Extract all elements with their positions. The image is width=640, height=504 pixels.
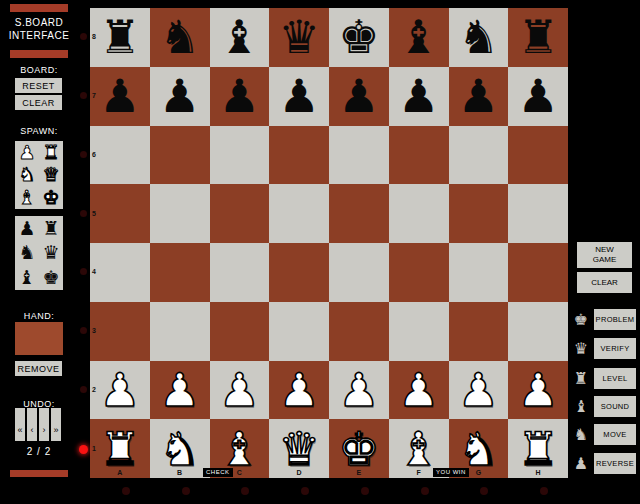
- spawn-black-queen[interactable]: ♛: [39, 241, 63, 266]
- square-g2[interactable]: ♟: [449, 361, 509, 420]
- piece-black-knight[interactable]: ♞: [449, 8, 509, 67]
- menu-row-level: ♜LEVEL: [570, 368, 640, 389]
- white-pawn-icon: ♟: [18, 143, 35, 162]
- square-a2[interactable]: ♟: [90, 361, 150, 420]
- rank-label-6: 6: [92, 151, 96, 158]
- piece-black-bishop[interactable]: ♝: [389, 8, 449, 67]
- file-led-a: [122, 487, 130, 495]
- menu-row-move: ♞MOVE: [570, 424, 640, 445]
- square-h4[interactable]: [508, 243, 568, 302]
- square-g7[interactable]: ♟: [449, 67, 509, 126]
- file-led-h: [540, 487, 548, 495]
- square-c8[interactable]: ♝: [210, 8, 270, 67]
- king-icon: ♚: [570, 309, 592, 330]
- undo-counter: 2 / 2: [0, 446, 78, 457]
- piece-white-pawn[interactable]: ♟: [210, 361, 270, 420]
- menu-row-verify: ♛VERIFY: [570, 338, 640, 359]
- panel-title-line1: S.BOARD: [0, 16, 78, 29]
- file-led-b: [182, 487, 190, 495]
- white-knight-icon: ♞: [18, 165, 35, 184]
- spawn-white-queen[interactable]: ♛: [39, 164, 63, 187]
- piece-black-pawn[interactable]: ♟: [150, 67, 210, 126]
- piece-black-bishop[interactable]: ♝: [210, 8, 270, 67]
- spawn-palette-black: ♟♜♞♛♝♚: [15, 216, 63, 290]
- reset-button[interactable]: RESET: [15, 78, 62, 93]
- check-badge: CHECK: [203, 468, 233, 477]
- square-g6[interactable]: [449, 126, 509, 185]
- square-e6[interactable]: [329, 126, 389, 185]
- piece-black-rook[interactable]: ♜: [90, 8, 150, 67]
- square-h7[interactable]: ♟: [508, 67, 568, 126]
- square-c6[interactable]: [210, 126, 270, 185]
- menu-row-problem: ♚PROBLEM: [570, 309, 640, 330]
- square-a7[interactable]: ♟: [90, 67, 150, 126]
- file-label-E: E: [329, 469, 389, 476]
- rank-label-8: 8: [92, 33, 96, 40]
- board-section-label: BOARD:: [0, 65, 78, 75]
- square-d8[interactable]: ♛: [269, 8, 329, 67]
- bishop-icon: ♝: [570, 396, 592, 417]
- undo-back-button[interactable]: ‹: [27, 408, 37, 441]
- undo-controls: «‹›»: [15, 408, 63, 441]
- square-e7[interactable]: ♟: [329, 67, 389, 126]
- square-a3[interactable]: [90, 302, 150, 361]
- pawn-icon: ♟: [570, 453, 592, 474]
- clear-board-button[interactable]: CLEAR: [15, 95, 62, 110]
- black-bishop-icon: ♝: [18, 268, 35, 287]
- square-d5[interactable]: [269, 184, 329, 243]
- square-d7[interactable]: ♟: [269, 67, 329, 126]
- piece-white-pawn[interactable]: ♟: [389, 361, 449, 420]
- spawn-white-knight[interactable]: ♞: [15, 164, 39, 187]
- square-e2[interactable]: ♟: [329, 361, 389, 420]
- redo-last-button[interactable]: »: [51, 408, 61, 441]
- file-led-c: [241, 487, 249, 495]
- panel-title-line2: INTERFACE: [0, 29, 78, 42]
- piece-white-pawn[interactable]: ♟: [508, 361, 568, 420]
- accent-bar-bottom: [10, 470, 68, 477]
- black-queen-icon: ♛: [42, 243, 59, 262]
- queen-icon: ♛: [570, 338, 592, 359]
- level-button[interactable]: LEVEL: [594, 368, 636, 389]
- spawn-white-rook[interactable]: ♜: [39, 141, 63, 164]
- square-c2[interactable]: ♟: [210, 361, 270, 420]
- file-label-D: D: [269, 469, 329, 476]
- clear-button[interactable]: CLEAR: [577, 272, 632, 293]
- file-led-d: [301, 487, 309, 495]
- square-c7[interactable]: ♟: [210, 67, 270, 126]
- square-b4[interactable]: [150, 243, 210, 302]
- rank-label-3: 3: [92, 327, 96, 334]
- spawn-black-rook[interactable]: ♜: [39, 216, 63, 241]
- file-led-g: [480, 487, 488, 495]
- spawn-white-king[interactable]: ♚: [39, 186, 63, 209]
- file-label-H: H: [508, 469, 568, 476]
- reverse-button[interactable]: REVERSE: [594, 453, 636, 474]
- black-rook-icon: ♜: [42, 219, 59, 238]
- problem-button[interactable]: PROBLEM: [594, 309, 636, 330]
- white-rook-icon: ♜: [42, 143, 59, 162]
- piece-white-pawn[interactable]: ♟: [449, 361, 509, 420]
- piece-black-pawn[interactable]: ♟: [449, 67, 509, 126]
- hand-slot[interactable]: [15, 322, 63, 355]
- spawn-palette-white: ♟♜♞♛♝♚: [15, 141, 63, 209]
- piece-black-king[interactable]: ♚: [329, 8, 389, 67]
- piece-black-pawn[interactable]: ♟: [269, 67, 329, 126]
- square-e3[interactable]: [329, 302, 389, 361]
- rank-led-2: [80, 386, 87, 393]
- piece-black-queen[interactable]: ♛: [269, 8, 329, 67]
- square-d3[interactable]: [269, 302, 329, 361]
- file-label-B: B: [150, 469, 210, 476]
- square-g4[interactable]: [449, 243, 509, 302]
- square-h3[interactable]: [508, 302, 568, 361]
- accent-bar-mid: [10, 50, 68, 58]
- piece-white-pawn[interactable]: ♟: [90, 361, 150, 420]
- rank-led-1: [79, 445, 88, 454]
- spawn-white-bishop[interactable]: ♝: [15, 186, 39, 209]
- square-h8[interactable]: ♜: [508, 8, 568, 67]
- spawn-black-bishop[interactable]: ♝: [15, 265, 39, 290]
- square-d2[interactable]: ♟: [269, 361, 329, 420]
- square-g5[interactable]: [449, 184, 509, 243]
- square-f6[interactable]: [389, 126, 449, 185]
- square-h6[interactable]: [508, 126, 568, 185]
- redo-forward-button[interactable]: ›: [39, 408, 49, 441]
- rook-icon: ♜: [570, 368, 592, 389]
- square-b8[interactable]: ♞: [150, 8, 210, 67]
- square-a8[interactable]: ♜: [90, 8, 150, 67]
- square-d6[interactable]: [269, 126, 329, 185]
- piece-black-rook[interactable]: ♜: [508, 8, 568, 67]
- white-queen-icon: ♛: [42, 165, 59, 184]
- piece-black-knight[interactable]: ♞: [150, 8, 210, 67]
- accent-bar-top: [10, 4, 68, 12]
- spawn-black-knight[interactable]: ♞: [15, 241, 39, 266]
- sound-button[interactable]: SOUND: [594, 396, 636, 417]
- verify-button[interactable]: VERIFY: [594, 338, 636, 359]
- square-c3[interactable]: [210, 302, 270, 361]
- piece-black-pawn[interactable]: ♟: [90, 67, 150, 126]
- piece-black-pawn[interactable]: ♟: [389, 67, 449, 126]
- square-g8[interactable]: ♞: [449, 8, 509, 67]
- rank-label-7: 7: [92, 92, 96, 99]
- spawn-white-pawn[interactable]: ♟: [15, 141, 39, 164]
- square-e4[interactable]: [329, 243, 389, 302]
- file-led-e: [361, 487, 369, 495]
- chess-board[interactable]: ♜♞♝♛♚♝♞♜♟♟♟♟♟♟♟♟♟♟♟♟♟♟♟♟♜♞♝♛♚♝♞♜87654321…: [90, 8, 568, 478]
- white-bishop-icon: ♝: [18, 188, 35, 207]
- panel-title: S.BOARD INTERFACE: [0, 16, 78, 42]
- piece-black-pawn[interactable]: ♟: [508, 67, 568, 126]
- knight-icon: ♞: [570, 424, 592, 445]
- spawn-black-king[interactable]: ♚: [39, 265, 63, 290]
- remove-button[interactable]: REMOVE: [15, 361, 62, 376]
- spawn-section-label: SPAWN:: [0, 126, 78, 136]
- right-sidebar: NEW GAME CLEAR ♚PROBLEM♛VERIFY♜LEVEL♝SOU…: [570, 0, 640, 504]
- square-f8[interactable]: ♝: [389, 8, 449, 67]
- square-h5[interactable]: [508, 184, 568, 243]
- square-b3[interactable]: [150, 302, 210, 361]
- square-f7[interactable]: ♟: [389, 67, 449, 126]
- spawn-black-pawn[interactable]: ♟: [15, 216, 39, 241]
- square-f2[interactable]: ♟: [389, 361, 449, 420]
- square-b5[interactable]: [150, 184, 210, 243]
- hand-section-label: HAND:: [0, 311, 78, 321]
- square-a5[interactable]: [90, 184, 150, 243]
- square-e5[interactable]: [329, 184, 389, 243]
- menu-row-reverse: ♟REVERSE: [570, 453, 640, 474]
- square-d4[interactable]: [269, 243, 329, 302]
- square-e8[interactable]: ♚: [329, 8, 389, 67]
- rank-label-2: 2: [92, 386, 96, 393]
- square-f5[interactable]: [389, 184, 449, 243]
- rank-led-6: [80, 151, 87, 158]
- rank-label-5: 5: [92, 210, 96, 217]
- square-f4[interactable]: [389, 243, 449, 302]
- square-c4[interactable]: [210, 243, 270, 302]
- square-b6[interactable]: [150, 126, 210, 185]
- square-h2[interactable]: ♟: [508, 361, 568, 420]
- black-knight-icon: ♞: [18, 243, 35, 262]
- black-pawn-icon: ♟: [18, 219, 35, 238]
- piece-white-pawn[interactable]: ♟: [329, 361, 389, 420]
- square-g3[interactable]: [449, 302, 509, 361]
- undo-first-button[interactable]: «: [15, 408, 25, 441]
- square-a6[interactable]: [90, 126, 150, 185]
- piece-black-pawn[interactable]: ♟: [210, 67, 270, 126]
- file-label-A: A: [90, 469, 150, 476]
- piece-white-pawn[interactable]: ♟: [269, 361, 329, 420]
- square-b7[interactable]: ♟: [150, 67, 210, 126]
- rank-label-1: 1: [92, 445, 96, 452]
- square-a4[interactable]: [90, 243, 150, 302]
- you-win-badge: YOU WIN: [433, 468, 469, 477]
- menu-row-sound: ♝SOUND: [570, 396, 640, 417]
- piece-white-pawn[interactable]: ♟: [150, 361, 210, 420]
- square-f3[interactable]: [389, 302, 449, 361]
- left-sidebar: S.BOARD INTERFACE BOARD: RESET CLEAR SPA…: [0, 0, 90, 504]
- piece-black-pawn[interactable]: ♟: [329, 67, 389, 126]
- rank-led-5: [80, 210, 87, 217]
- rank-label-4: 4: [92, 268, 96, 275]
- square-b2[interactable]: ♟: [150, 361, 210, 420]
- black-king-icon: ♚: [42, 268, 59, 287]
- move-button[interactable]: MOVE: [594, 424, 636, 445]
- new-game-button[interactable]: NEW GAME: [577, 242, 632, 268]
- white-king-icon: ♚: [42, 188, 59, 207]
- file-led-f: [421, 487, 429, 495]
- square-c5[interactable]: [210, 184, 270, 243]
